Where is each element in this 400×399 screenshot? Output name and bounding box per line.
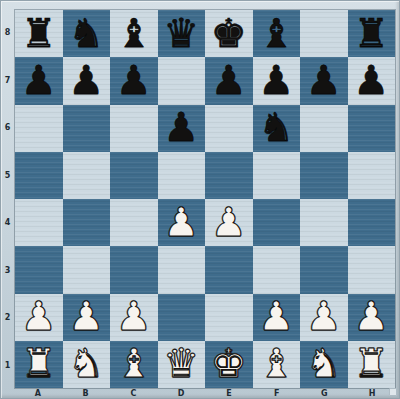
square-a7[interactable]: ♟ — [15, 57, 63, 104]
white-bishop[interactable]: ♝ — [258, 343, 294, 383]
square-f5[interactable] — [253, 152, 301, 199]
file-label-a: A — [14, 389, 62, 399]
square-e7[interactable]: ♟ — [205, 57, 253, 104]
rank-label-8: 8 — [1, 9, 14, 57]
square-g5[interactable] — [300, 152, 348, 199]
square-f4[interactable] — [253, 199, 301, 246]
square-f6[interactable]: ♞ — [253, 105, 301, 152]
black-pawn[interactable]: ♟ — [163, 107, 199, 147]
white-pawn[interactable]: ♟ — [116, 296, 152, 336]
black-bishop[interactable]: ♝ — [258, 13, 294, 53]
square-h6[interactable] — [348, 105, 396, 152]
square-b6[interactable] — [63, 105, 111, 152]
chess-board-window: 87654321 ♜♞♝♛♚♝♜♟♟♟♟♟♟♟♟♞♟♟♟♟♟♟♟♟♜♞♝♛♚♝♞… — [0, 0, 400, 399]
square-h3[interactable] — [348, 246, 396, 293]
square-a3[interactable] — [15, 246, 63, 293]
square-d3[interactable] — [158, 246, 206, 293]
file-label-b: B — [62, 389, 110, 399]
square-d8[interactable]: ♛ — [158, 10, 206, 57]
black-king[interactable]: ♚ — [211, 13, 247, 53]
square-g8[interactable] — [300, 10, 348, 57]
square-b3[interactable] — [63, 246, 111, 293]
file-label-f: F — [253, 389, 301, 399]
square-a4[interactable] — [15, 199, 63, 246]
black-pawn[interactable]: ♟ — [353, 60, 389, 100]
rank-label-5: 5 — [1, 152, 14, 200]
square-a5[interactable] — [15, 152, 63, 199]
square-g3[interactable] — [300, 246, 348, 293]
square-e8[interactable]: ♚ — [205, 10, 253, 57]
square-d1[interactable]: ♛ — [158, 341, 206, 388]
square-c8[interactable]: ♝ — [110, 10, 158, 57]
square-g6[interactable] — [300, 105, 348, 152]
white-knight[interactable]: ♞ — [306, 343, 342, 383]
black-pawn[interactable]: ♟ — [116, 60, 152, 100]
square-h1[interactable]: ♜ — [348, 341, 396, 388]
square-c2[interactable]: ♟ — [110, 294, 158, 341]
white-knight[interactable]: ♞ — [68, 343, 104, 383]
black-knight[interactable]: ♞ — [68, 13, 104, 53]
square-c3[interactable] — [110, 246, 158, 293]
black-rook[interactable]: ♜ — [21, 13, 57, 53]
square-b4[interactable] — [63, 199, 111, 246]
rank-label-1: 1 — [1, 342, 14, 390]
rank-label-2: 2 — [1, 294, 14, 342]
square-b8[interactable]: ♞ — [63, 10, 111, 57]
square-b2[interactable]: ♟ — [63, 294, 111, 341]
white-pawn[interactable]: ♟ — [163, 202, 199, 242]
square-c1[interactable]: ♝ — [110, 341, 158, 388]
square-g4[interactable] — [300, 199, 348, 246]
square-a6[interactable] — [15, 105, 63, 152]
square-c5[interactable] — [110, 152, 158, 199]
square-f7[interactable]: ♟ — [253, 57, 301, 104]
white-bishop[interactable]: ♝ — [116, 343, 152, 383]
square-c4[interactable] — [110, 199, 158, 246]
square-e1[interactable]: ♚ — [205, 341, 253, 388]
black-rook[interactable]: ♜ — [353, 13, 389, 53]
square-h7[interactable]: ♟ — [348, 57, 396, 104]
square-f2[interactable]: ♟ — [253, 294, 301, 341]
square-b7[interactable]: ♟ — [63, 57, 111, 104]
square-h8[interactable]: ♜ — [348, 10, 396, 57]
black-pawn[interactable]: ♟ — [21, 60, 57, 100]
square-b5[interactable] — [63, 152, 111, 199]
file-label-e: E — [205, 389, 253, 399]
black-pawn[interactable]: ♟ — [258, 60, 294, 100]
square-d5[interactable] — [158, 152, 206, 199]
white-pawn[interactable]: ♟ — [68, 296, 104, 336]
square-d6[interactable]: ♟ — [158, 105, 206, 152]
white-pawn[interactable]: ♟ — [258, 296, 294, 336]
square-c6[interactable] — [110, 105, 158, 152]
file-label-g: G — [301, 389, 349, 399]
square-h2[interactable]: ♟ — [348, 294, 396, 341]
white-queen[interactable]: ♛ — [163, 343, 199, 383]
white-pawn[interactable]: ♟ — [21, 296, 57, 336]
square-c7[interactable]: ♟ — [110, 57, 158, 104]
square-d2[interactable] — [158, 294, 206, 341]
square-h4[interactable] — [348, 199, 396, 246]
square-d4[interactable]: ♟ — [158, 199, 206, 246]
square-e5[interactable] — [205, 152, 253, 199]
white-pawn[interactable]: ♟ — [353, 296, 389, 336]
rank-label-7: 7 — [1, 57, 14, 105]
rank-label-3: 3 — [1, 247, 14, 295]
chess-board: ♜♞♝♛♚♝♜♟♟♟♟♟♟♟♟♞♟♟♟♟♟♟♟♟♜♞♝♛♚♝♞♜ — [14, 9, 396, 389]
rank-labels: 87654321 — [1, 9, 14, 389]
square-h5[interactable] — [348, 152, 396, 199]
square-a8[interactable]: ♜ — [15, 10, 63, 57]
square-e6[interactable] — [205, 105, 253, 152]
square-a2[interactable]: ♟ — [15, 294, 63, 341]
black-pawn[interactable]: ♟ — [211, 60, 247, 100]
white-pawn[interactable]: ♟ — [211, 202, 247, 242]
square-a1[interactable]: ♜ — [15, 341, 63, 388]
square-e2[interactable] — [205, 294, 253, 341]
square-f1[interactable]: ♝ — [253, 341, 301, 388]
resize-grip-icon[interactable] — [389, 388, 397, 396]
square-b1[interactable]: ♞ — [63, 341, 111, 388]
white-rook[interactable]: ♜ — [353, 343, 389, 383]
file-label-c: C — [110, 389, 158, 399]
rank-label-6: 6 — [1, 104, 14, 152]
square-g2[interactable]: ♟ — [300, 294, 348, 341]
black-bishop[interactable]: ♝ — [116, 13, 152, 53]
square-d7[interactable] — [158, 57, 206, 104]
file-labels: ABCDEFGH — [14, 389, 396, 399]
file-label-d: D — [157, 389, 205, 399]
white-rook[interactable]: ♜ — [21, 343, 57, 383]
black-knight[interactable]: ♞ — [258, 107, 294, 147]
square-g7[interactable]: ♟ — [300, 57, 348, 104]
square-g1[interactable]: ♞ — [300, 341, 348, 388]
white-pawn[interactable]: ♟ — [306, 296, 342, 336]
rank-label-4: 4 — [1, 199, 14, 247]
square-e4[interactable]: ♟ — [205, 199, 253, 246]
white-king[interactable]: ♚ — [211, 343, 247, 383]
square-f8[interactable]: ♝ — [253, 10, 301, 57]
black-pawn[interactable]: ♟ — [306, 60, 342, 100]
square-f3[interactable] — [253, 246, 301, 293]
square-e3[interactable] — [205, 246, 253, 293]
black-queen[interactable]: ♛ — [163, 13, 199, 53]
black-pawn[interactable]: ♟ — [68, 60, 104, 100]
